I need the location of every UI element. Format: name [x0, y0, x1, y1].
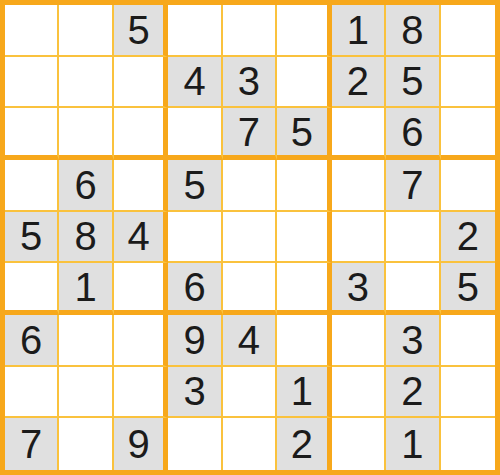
cell-r1c6[interactable]	[277, 5, 331, 57]
cell-r9c9[interactable]	[441, 418, 495, 470]
cell-r1c8[interactable]: 8	[386, 5, 440, 57]
cell-r7c4[interactable]: 9	[168, 315, 222, 367]
cell-r8c4[interactable]: 3	[168, 367, 222, 419]
cell-r6c8[interactable]	[386, 263, 440, 315]
cell-r8c8[interactable]: 2	[386, 367, 440, 419]
cell-r4c1[interactable]	[5, 160, 59, 212]
cell-r4c8[interactable]: 7	[386, 160, 440, 212]
cell-r2c4[interactable]: 4	[168, 57, 222, 109]
cell-r2c9[interactable]	[441, 57, 495, 109]
cell-r7c8[interactable]: 3	[386, 315, 440, 367]
cell-r2c2[interactable]	[59, 57, 113, 109]
cell-r5c5[interactable]	[223, 212, 277, 264]
cell-r4c7[interactable]	[332, 160, 386, 212]
cell-r7c5[interactable]: 4	[223, 315, 277, 367]
cell-r9c6[interactable]: 2	[277, 418, 331, 470]
cell-r4c5[interactable]	[223, 160, 277, 212]
cell-r1c9[interactable]	[441, 5, 495, 57]
cell-r1c3[interactable]: 5	[114, 5, 168, 57]
cell-r6c3[interactable]	[114, 263, 168, 315]
cell-r9c3[interactable]: 9	[114, 418, 168, 470]
cell-r4c3[interactable]	[114, 160, 168, 212]
cell-r7c2[interactable]	[59, 315, 113, 367]
cell-r7c6[interactable]	[277, 315, 331, 367]
cell-r9c8[interactable]: 1	[386, 418, 440, 470]
cell-r9c7[interactable]	[332, 418, 386, 470]
cell-r3c9[interactable]	[441, 108, 495, 160]
cell-r6c9[interactable]: 5	[441, 263, 495, 315]
cell-r3c6[interactable]: 5	[277, 108, 331, 160]
cell-r7c7[interactable]	[332, 315, 386, 367]
cell-r5c3[interactable]: 4	[114, 212, 168, 264]
cell-r5c7[interactable]	[332, 212, 386, 264]
cell-r4c6[interactable]	[277, 160, 331, 212]
cell-r7c3[interactable]	[114, 315, 168, 367]
cell-r6c7[interactable]: 3	[332, 263, 386, 315]
cell-r6c1[interactable]	[5, 263, 59, 315]
cell-r4c4[interactable]: 5	[168, 160, 222, 212]
cell-r3c3[interactable]	[114, 108, 168, 160]
cell-r5c1[interactable]: 5	[5, 212, 59, 264]
cell-r5c6[interactable]	[277, 212, 331, 264]
cell-r1c1[interactable]	[5, 5, 59, 57]
cell-r9c2[interactable]	[59, 418, 113, 470]
cell-r7c1[interactable]: 6	[5, 315, 59, 367]
cell-r2c5[interactable]: 3	[223, 57, 277, 109]
cell-r9c1[interactable]: 7	[5, 418, 59, 470]
cell-r8c2[interactable]	[59, 367, 113, 419]
cell-r2c6[interactable]	[277, 57, 331, 109]
cell-r3c2[interactable]	[59, 108, 113, 160]
cell-r1c2[interactable]	[59, 5, 113, 57]
cell-r5c8[interactable]	[386, 212, 440, 264]
cell-r4c9[interactable]	[441, 160, 495, 212]
cell-r8c3[interactable]	[114, 367, 168, 419]
cell-r3c4[interactable]	[168, 108, 222, 160]
cell-r2c7[interactable]: 2	[332, 57, 386, 109]
cell-r1c4[interactable]	[168, 5, 222, 57]
cell-r4c2[interactable]: 6	[59, 160, 113, 212]
cell-r2c8[interactable]: 5	[386, 57, 440, 109]
cell-r8c1[interactable]	[5, 367, 59, 419]
cell-r2c3[interactable]	[114, 57, 168, 109]
cell-r5c9[interactable]: 2	[441, 212, 495, 264]
cell-r5c2[interactable]: 8	[59, 212, 113, 264]
sudoku-board: 51843257566575842163569433127921	[0, 0, 500, 475]
cell-r3c7[interactable]	[332, 108, 386, 160]
cell-r6c4[interactable]: 6	[168, 263, 222, 315]
cell-r5c4[interactable]	[168, 212, 222, 264]
cell-r9c5[interactable]	[223, 418, 277, 470]
cell-r9c4[interactable]	[168, 418, 222, 470]
cell-r8c5[interactable]	[223, 367, 277, 419]
cell-r3c8[interactable]: 6	[386, 108, 440, 160]
cell-r8c6[interactable]: 1	[277, 367, 331, 419]
cell-r1c7[interactable]: 1	[332, 5, 386, 57]
cell-r7c9[interactable]	[441, 315, 495, 367]
cell-r8c7[interactable]	[332, 367, 386, 419]
cell-r2c1[interactable]	[5, 57, 59, 109]
cell-r6c2[interactable]: 1	[59, 263, 113, 315]
cell-r3c5[interactable]: 7	[223, 108, 277, 160]
cell-r1c5[interactable]	[223, 5, 277, 57]
cell-r6c5[interactable]	[223, 263, 277, 315]
cell-r8c9[interactable]	[441, 367, 495, 419]
cell-r6c6[interactable]	[277, 263, 331, 315]
cell-r3c1[interactable]	[5, 108, 59, 160]
